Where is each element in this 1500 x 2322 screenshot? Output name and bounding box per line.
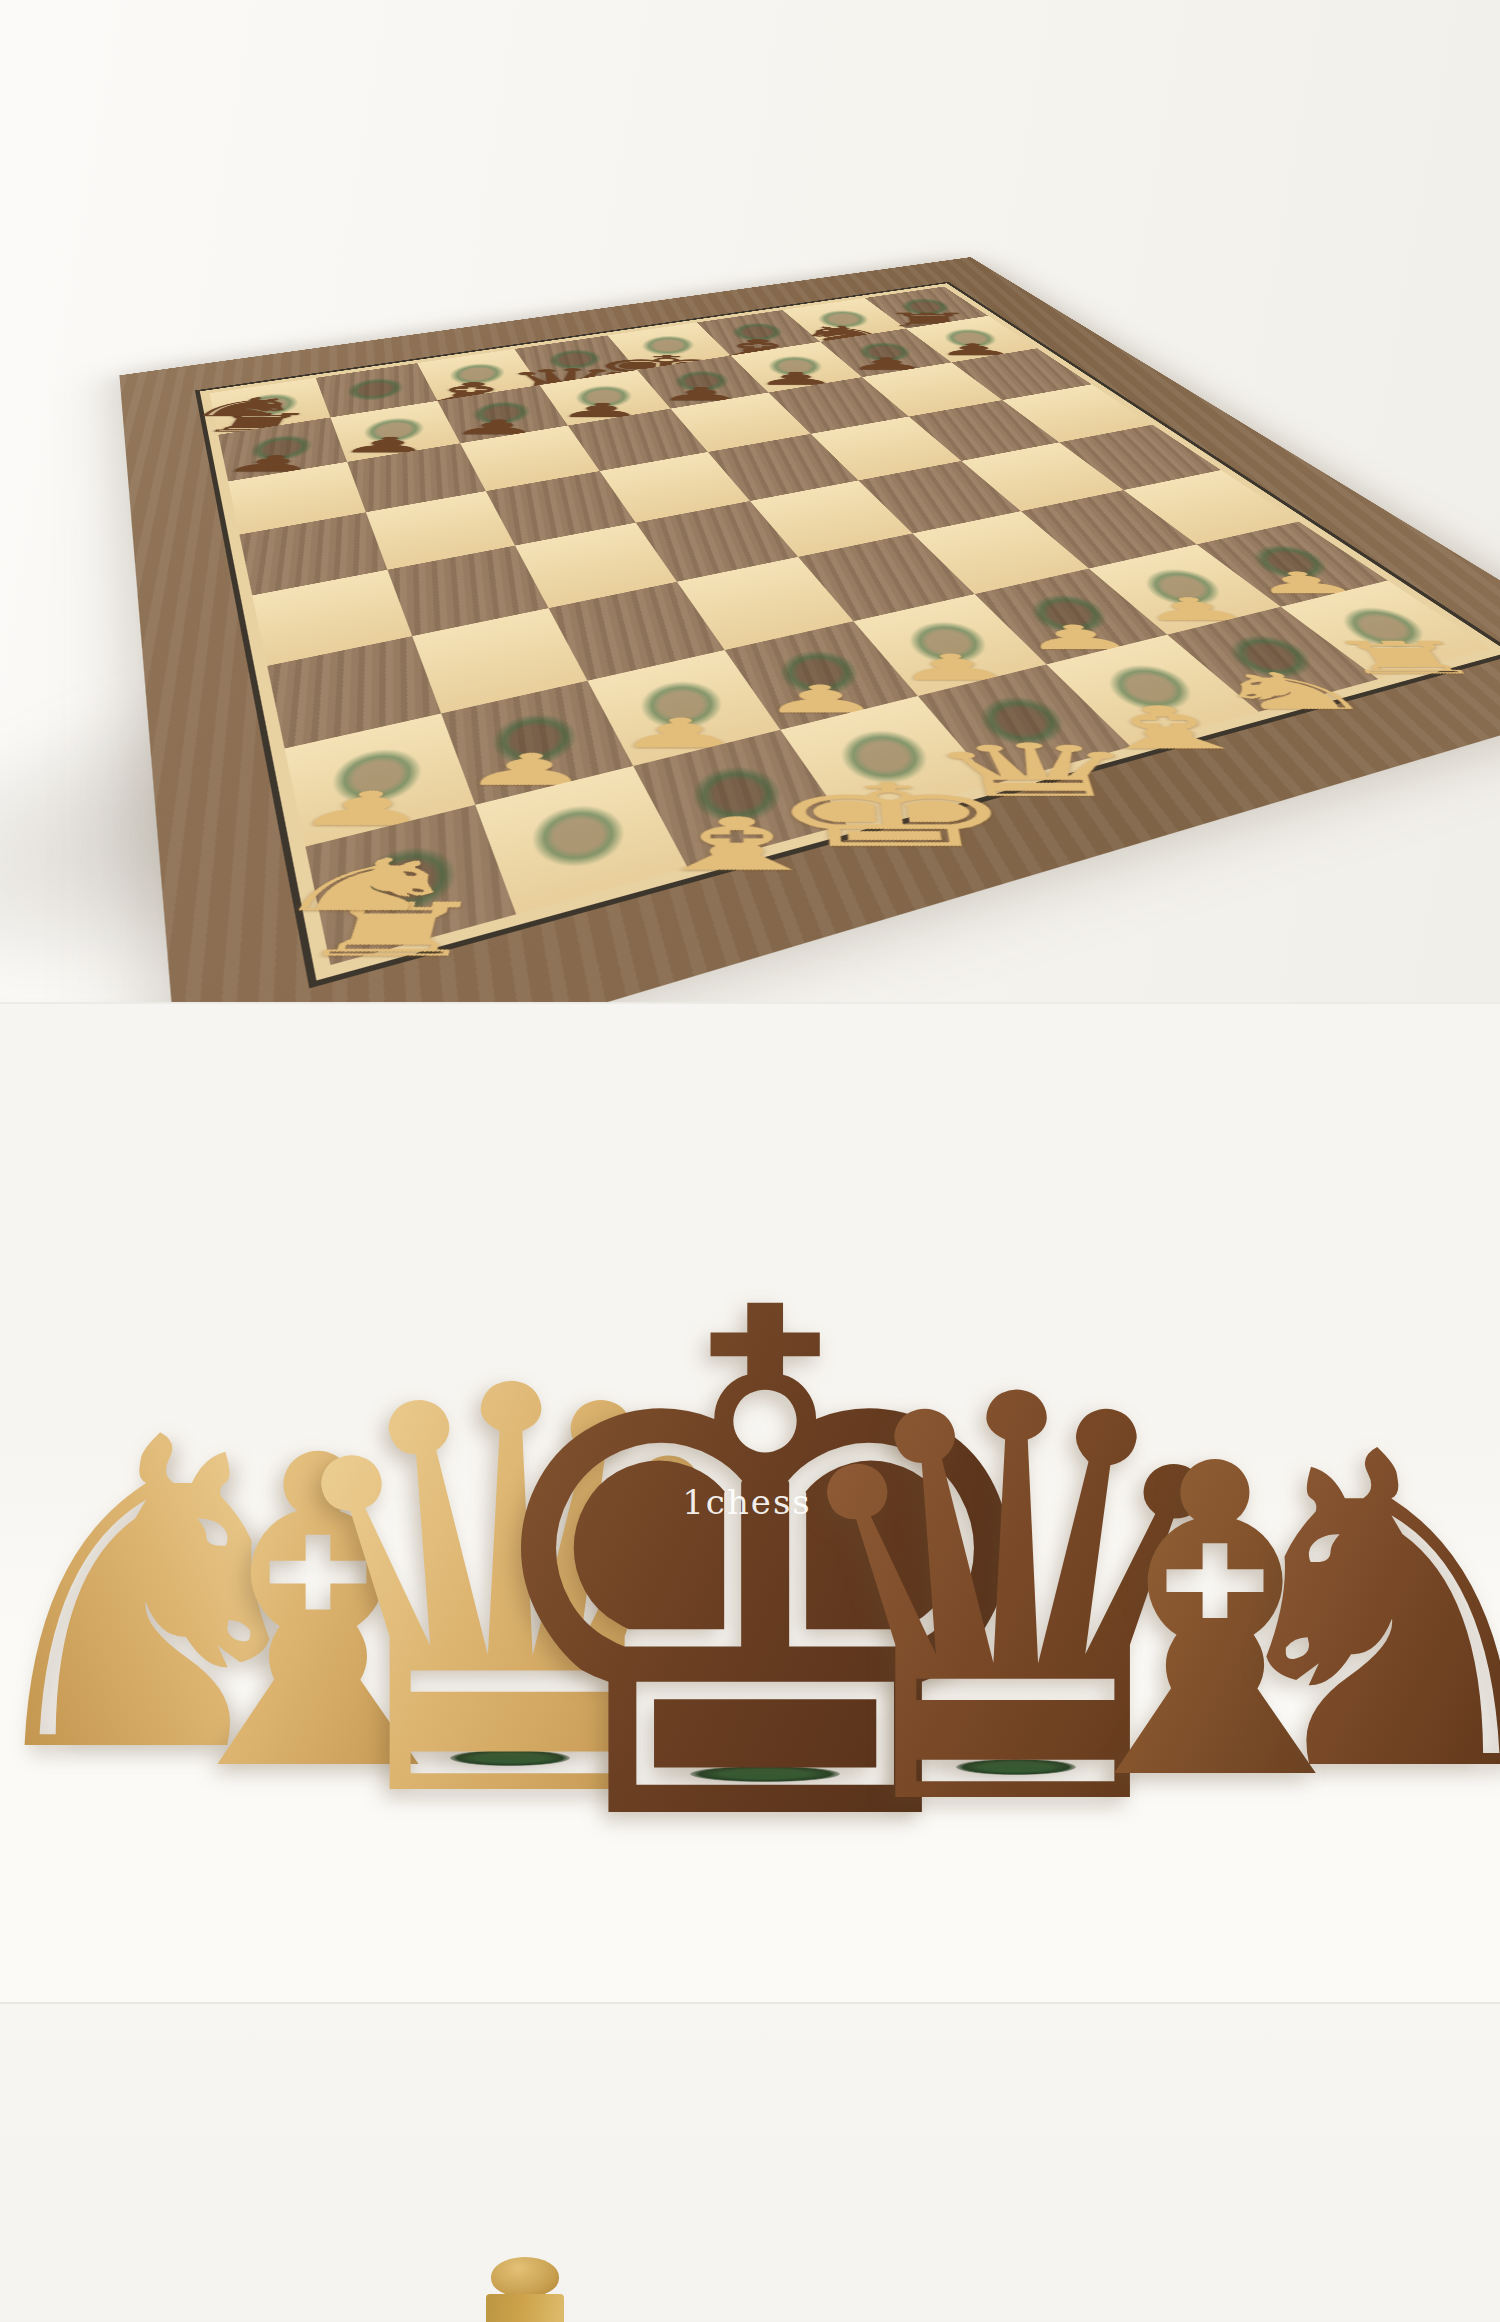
square-b5: [366, 491, 515, 570]
felt-base-shadow: [953, 683, 1093, 762]
square-a3: [267, 636, 441, 748]
king-finial-cross-block: [486, 2294, 564, 2322]
felt-base-shadow: [240, 428, 325, 470]
felt-base-shadow: [352, 411, 438, 451]
square-c1: ♝: [633, 730, 846, 868]
felt-base-shadow: [1006, 583, 1133, 646]
product-photo-collage: ♜♞♝♛♚♝♞♜♟♟♟♟♟♟♟♟♟♟♟♟♟♟♟♟♜♞♝♚♛♝♞♜ ♞♝♛♚♛♝♞…: [0, 0, 1500, 2322]
felt-base-shadow: [815, 716, 956, 800]
felt-base-shadow: [1081, 652, 1221, 726]
felt-base-shadow: [510, 789, 650, 887]
square-a4: [252, 570, 412, 666]
piece-light-knight-g1: ♞: [1195, 666, 1389, 717]
photo-detail-crop: [0, 2002, 1500, 2322]
felt-base-shadow: [1315, 596, 1453, 661]
square-f2: ♟: [975, 569, 1168, 665]
square-c4: [515, 523, 677, 608]
square-d4: [636, 501, 798, 582]
square-d2: ♟: [725, 621, 918, 730]
square-h2: ♟: [1197, 522, 1388, 607]
piece-light-bishop-f1: ♝: [1063, 699, 1275, 758]
board-pinstripe-border: ♜♞♝♛♚♝♞♜♟♟♟♟♟♟♟♟♟♟♟♟♟♟♟♟♜♞♝♚♛♝♞♜: [195, 282, 1500, 989]
felt-base-shadow: [459, 394, 545, 432]
chess-board: ♜♞♝♛♚♝♞♜♟♟♟♟♟♟♟♟♟♟♟♟♟♟♟♟♜♞♝♚♛♝♞♜: [119, 257, 1500, 1002]
piece-light-rook-a1: ♜: [281, 894, 498, 968]
board-edge-left: [119, 375, 182, 1002]
photo-board-angle: ♜♞♝♛♚♝♞♜♟♟♟♟♟♟♟♟♟♟♟♟♟♟♟♟♜♞♝♚♛♝♞♜: [0, 0, 1500, 1002]
square-d3: [677, 557, 853, 650]
felt-base-shadow: [659, 364, 746, 399]
square-f1: ♝: [1047, 635, 1259, 747]
felt-base-shadow: [336, 372, 416, 408]
square-g2: ♟: [1089, 544, 1281, 634]
felt-base-shadow: [803, 305, 884, 334]
square-b2: ♟: [441, 681, 633, 805]
square-a2: ♟: [285, 713, 476, 846]
felt-base-shadow: [316, 734, 442, 822]
square-a1: ♜: [305, 805, 516, 965]
photo-pieces-lineup: ♞♝♛♚♛♝♞ 1chess: [0, 1002, 1500, 2002]
square-g1: ♞: [1167, 607, 1378, 712]
square-d1: ♚: [780, 696, 993, 824]
piece-light-king-d1: ♚: [763, 773, 1031, 861]
board-frame: ♜♞♝♛♚♝♞♜♟♟♟♟♟♟♟♟♟♟♟♟♟♟♟♟♜♞♝♚♛♝♞♜: [119, 257, 1500, 1002]
square-e3: [798, 533, 975, 621]
square-a5: [239, 512, 387, 595]
square-c3: [549, 582, 725, 681]
king-finial-ball: [491, 2257, 559, 2297]
felt-base-shadow: [561, 379, 647, 416]
piece-light-queen-e1: ♛: [918, 735, 1161, 808]
felt-base-shadow: [717, 317, 798, 347]
square-c2: ♟: [587, 650, 780, 766]
felt-base-shadow: [928, 323, 1015, 354]
piece-light-pawn-f2: ♟: [1013, 621, 1142, 655]
square-e1: ♛: [918, 664, 1131, 784]
felt-base-shadow: [472, 700, 599, 782]
felt-base-shadow: [535, 343, 616, 376]
board-squares: ♜♞♝♛♚♝♞♜♟♟♟♟♟♟♟♟♟♟♟♟♟♟♟♟♜♞♝♚♛♝♞♜: [210, 287, 1491, 965]
square-e2: ♟: [853, 594, 1046, 696]
felt-base-shadow: [756, 638, 883, 710]
piece-light-pawn-g2: ♟: [1130, 594, 1260, 626]
felt-base-shadow: [628, 330, 709, 361]
square-f3: [913, 511, 1089, 594]
piece-light-pawn-d2: ♟: [758, 680, 886, 718]
square-b4: [387, 546, 548, 637]
felt-base-shadow: [340, 829, 479, 934]
watermark: 1chess: [682, 1482, 812, 1522]
felt-base-shadow: [1120, 558, 1247, 617]
felt-base-shadow: [842, 336, 929, 368]
square-b3: [412, 608, 587, 713]
felt-base-shadow: [885, 610, 1012, 677]
piece-light-pawn-a2: ♟: [287, 785, 443, 832]
felt-base-shadow: [885, 293, 966, 321]
square-g3: [1021, 490, 1197, 568]
felt-base-shadow: [1228, 535, 1354, 591]
felt-base-shadow: [619, 668, 746, 744]
felt-base-shadow: [1202, 623, 1341, 692]
piece-light-pawn-h2: ♟: [1240, 568, 1370, 598]
piece-light-pawn-c2: ♟: [612, 713, 744, 754]
felt-base-shadow: [437, 357, 518, 391]
piece-light-bishop-c1: ♝: [628, 808, 844, 882]
square-h1: ♜: [1281, 580, 1491, 679]
felt-base-shadow: [752, 350, 839, 383]
piece-light-pawn-b2: ♟: [455, 748, 598, 792]
felt-base-shadow: [230, 387, 310, 424]
piece-light-rook-h1: ♜: [1315, 636, 1498, 681]
piece-light-pawn-e2: ♟: [890, 649, 1019, 685]
square-b1: ♞: [475, 766, 687, 914]
piece-light-knight-b1: ♞: [257, 849, 480, 922]
felt-base-shadow: [668, 751, 809, 842]
lineup-piece-dark-knight: ♞: [1196, 1397, 1500, 1831]
